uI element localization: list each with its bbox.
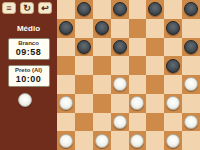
square-r2c0[interactable]: [57, 38, 75, 57]
square-r3c7[interactable]: [182, 56, 200, 75]
black-clock-time: 10:00: [9, 74, 49, 84]
black-piece[interactable]: [77, 40, 91, 54]
square-r3c6[interactable]: [164, 56, 182, 75]
square-r1c7[interactable]: [182, 19, 200, 38]
square-r3c0[interactable]: [57, 56, 75, 75]
square-r3c5[interactable]: [146, 56, 164, 75]
undo-icon: ↩: [41, 3, 49, 13]
black-clock: Preto (AI) 10:00: [8, 65, 50, 87]
square-r7c7[interactable]: [182, 131, 200, 150]
square-r1c0[interactable]: [57, 19, 75, 38]
checkers-board: [57, 0, 200, 150]
square-r5c5[interactable]: [146, 94, 164, 113]
black-piece[interactable]: [184, 2, 198, 16]
square-r5c4[interactable]: [129, 94, 147, 113]
black-piece[interactable]: [113, 40, 127, 54]
black-piece[interactable]: [95, 21, 109, 35]
square-r4c5[interactable]: [146, 75, 164, 94]
white-piece[interactable]: [130, 96, 144, 110]
square-r4c2[interactable]: [93, 75, 111, 94]
white-piece[interactable]: [59, 134, 73, 148]
black-clock-label: Preto (AI): [9, 67, 49, 74]
white-clock-label: Branco: [9, 40, 49, 47]
square-r0c1[interactable]: [75, 0, 93, 19]
undo-button[interactable]: ↩: [38, 2, 52, 14]
square-r2c3[interactable]: [111, 38, 129, 57]
square-r2c2[interactable]: [93, 38, 111, 57]
square-r6c7[interactable]: [182, 113, 200, 132]
square-r5c2[interactable]: [93, 94, 111, 113]
square-r0c7[interactable]: [182, 0, 200, 19]
square-r1c1[interactable]: [75, 19, 93, 38]
white-piece[interactable]: [166, 134, 180, 148]
square-r4c1[interactable]: [75, 75, 93, 94]
square-r0c5[interactable]: [146, 0, 164, 19]
square-r2c5[interactable]: [146, 38, 164, 57]
square-r1c3[interactable]: [111, 19, 129, 38]
white-piece[interactable]: [166, 96, 180, 110]
square-r6c1[interactable]: [75, 113, 93, 132]
menu-icon: ≡: [6, 3, 11, 13]
square-r7c1[interactable]: [75, 131, 93, 150]
square-r0c4[interactable]: [129, 0, 147, 19]
black-piece[interactable]: [77, 2, 91, 16]
square-r2c1[interactable]: [75, 38, 93, 57]
square-r3c2[interactable]: [93, 56, 111, 75]
square-r1c4[interactable]: [129, 19, 147, 38]
black-piece[interactable]: [59, 21, 73, 35]
toolbar: ≡ ↻ ↩: [0, 0, 57, 14]
square-r6c5[interactable]: [146, 113, 164, 132]
white-clock: Branco 09:58: [8, 38, 50, 60]
square-r6c3[interactable]: [111, 113, 129, 132]
menu-button[interactable]: ≡: [2, 2, 16, 14]
difficulty-label: Médio: [0, 24, 57, 33]
turn-indicator-white-piece: [18, 93, 32, 107]
square-r3c3[interactable]: [111, 56, 129, 75]
square-r5c3[interactable]: [111, 94, 129, 113]
square-r6c4[interactable]: [129, 113, 147, 132]
square-r6c6[interactable]: [164, 113, 182, 132]
restart-button[interactable]: ↻: [20, 2, 34, 14]
square-r4c0[interactable]: [57, 75, 75, 94]
black-piece[interactable]: [166, 59, 180, 73]
white-piece[interactable]: [184, 115, 198, 129]
square-r6c0[interactable]: [57, 113, 75, 132]
black-piece[interactable]: [184, 40, 198, 54]
black-piece[interactable]: [166, 21, 180, 35]
square-r2c6[interactable]: [164, 38, 182, 57]
square-r4c4[interactable]: [129, 75, 147, 94]
square-r7c2[interactable]: [93, 131, 111, 150]
square-r4c6[interactable]: [164, 75, 182, 94]
square-r7c6[interactable]: [164, 131, 182, 150]
white-clock-time: 09:58: [9, 47, 49, 57]
square-r0c6[interactable]: [164, 0, 182, 19]
square-r7c5[interactable]: [146, 131, 164, 150]
square-r2c7[interactable]: [182, 38, 200, 57]
square-r7c0[interactable]: [57, 131, 75, 150]
square-r0c2[interactable]: [93, 0, 111, 19]
square-r5c1[interactable]: [75, 94, 93, 113]
white-piece[interactable]: [113, 115, 127, 129]
square-r0c0[interactable]: [57, 0, 75, 19]
square-r1c5[interactable]: [146, 19, 164, 38]
square-r5c0[interactable]: [57, 94, 75, 113]
square-r3c1[interactable]: [75, 56, 93, 75]
square-r7c4[interactable]: [129, 131, 147, 150]
square-r4c7[interactable]: [182, 75, 200, 94]
square-r1c6[interactable]: [164, 19, 182, 38]
checkers-app: ≡ ↻ ↩ Médio Branco 09:58 Preto (AI) 10:0…: [0, 0, 200, 150]
square-r3c4[interactable]: [129, 56, 147, 75]
square-r0c3[interactable]: [111, 0, 129, 19]
black-piece[interactable]: [113, 2, 127, 16]
restart-icon: ↻: [23, 3, 31, 13]
white-piece[interactable]: [113, 77, 127, 91]
square-r2c4[interactable]: [129, 38, 147, 57]
square-r7c3[interactable]: [111, 131, 129, 150]
square-r4c3[interactable]: [111, 75, 129, 94]
square-r6c2[interactable]: [93, 113, 111, 132]
white-piece[interactable]: [59, 96, 73, 110]
white-piece[interactable]: [130, 134, 144, 148]
sidebar: ≡ ↻ ↩ Médio Branco 09:58 Preto (AI) 10:0…: [0, 0, 57, 150]
white-piece[interactable]: [95, 134, 109, 148]
square-r5c6[interactable]: [164, 94, 182, 113]
black-piece[interactable]: [148, 2, 162, 16]
square-r5c7[interactable]: [182, 94, 200, 113]
square-r1c2[interactable]: [93, 19, 111, 38]
white-piece[interactable]: [184, 77, 198, 91]
